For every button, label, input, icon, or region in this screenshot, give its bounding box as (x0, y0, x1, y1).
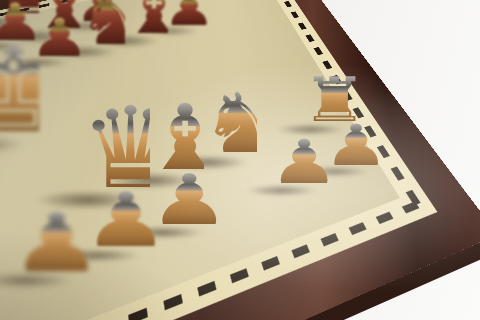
square-d2 (0, 91, 30, 141)
chess-photo-scene: ♛♟♟♝♟♟♞♝♟♚♛♝♞♜♟♟♟♟♟ (0, 0, 480, 320)
board-grid (0, 0, 400, 320)
